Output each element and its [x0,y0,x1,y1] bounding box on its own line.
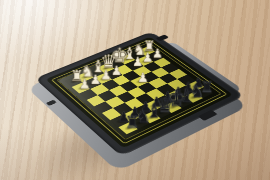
white-pawn[interactable]: ♟ [111,64,122,77]
white-pawn[interactable]: ♟ [100,68,112,81]
hinge-knob [155,34,169,41]
white-pawn[interactable]: ♟ [137,71,149,84]
white-pawn[interactable]: ♟ [78,77,90,90]
photo-scene: ♜♞♝♛♚♝♞♜♟♟♟♟♟♟♟♟♟♟♟♟♟♟♟♟♜♞♝♛♚♝♞♜ [0,0,270,180]
white-pawn[interactable]: ♟ [89,73,101,86]
black-rook[interactable]: ♜ [125,115,140,131]
white-pawn[interactable]: ♟ [132,55,143,68]
latch-notch[interactable] [46,100,57,106]
